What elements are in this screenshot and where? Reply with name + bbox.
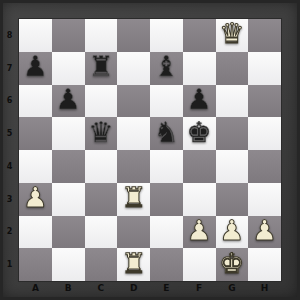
- square-c3[interactable]: [85, 183, 118, 216]
- square-a4[interactable]: [19, 150, 52, 183]
- piece-white-pawn-f2[interactable]: ♟: [187, 217, 212, 245]
- piece-white-rook-d3[interactable]: ♜: [121, 184, 146, 212]
- rank-label-5: 5: [0, 117, 19, 150]
- rank-labels: 87654321: [0, 19, 19, 281]
- square-f4[interactable]: [183, 150, 216, 183]
- rank-label-8: 8: [0, 19, 19, 52]
- square-h3[interactable]: [248, 183, 281, 216]
- file-labels: ABCDEFGH: [19, 281, 281, 300]
- file-label-a: A: [19, 281, 52, 300]
- board-frame: 87654321 ABCDEFGH ♛♟♜♝♟♟♛♞♚♟♜♟♟♟♜♚: [0, 0, 300, 300]
- rank-label-2: 2: [0, 216, 19, 249]
- piece-white-pawn-g2[interactable]: ♟: [219, 217, 244, 245]
- square-e5[interactable]: ♞: [150, 117, 183, 150]
- square-e4[interactable]: [150, 150, 183, 183]
- square-c4[interactable]: [85, 150, 118, 183]
- rank-label-1: 1: [0, 248, 19, 281]
- square-e6[interactable]: [150, 85, 183, 118]
- square-b6[interactable]: ♟: [52, 85, 85, 118]
- square-a6[interactable]: [19, 85, 52, 118]
- square-d3[interactable]: ♜: [117, 183, 150, 216]
- square-f7[interactable]: [183, 52, 216, 85]
- square-f8[interactable]: [183, 19, 216, 52]
- file-label-h: H: [248, 281, 281, 300]
- piece-black-pawn-b6[interactable]: ♟: [56, 86, 81, 114]
- file-label-f: F: [183, 281, 216, 300]
- piece-black-pawn-f6[interactable]: ♟: [187, 86, 212, 114]
- square-a2[interactable]: [19, 216, 52, 249]
- square-g3[interactable]: [216, 183, 249, 216]
- square-f1[interactable]: [183, 248, 216, 281]
- rank-label-6: 6: [0, 85, 19, 118]
- square-d7[interactable]: [117, 52, 150, 85]
- file-label-e: E: [150, 281, 183, 300]
- square-e7[interactable]: ♝: [150, 52, 183, 85]
- square-h1[interactable]: [248, 248, 281, 281]
- square-h2[interactable]: ♟: [248, 216, 281, 249]
- square-e3[interactable]: [150, 183, 183, 216]
- square-d6[interactable]: [117, 85, 150, 118]
- square-d1[interactable]: ♜: [117, 248, 150, 281]
- piece-black-queen-c5[interactable]: ♛: [88, 119, 113, 147]
- file-label-c: C: [85, 281, 118, 300]
- square-d5[interactable]: [117, 117, 150, 150]
- square-g2[interactable]: ♟: [216, 216, 249, 249]
- square-g5[interactable]: [216, 117, 249, 150]
- piece-black-bishop-e7[interactable]: ♝: [154, 53, 179, 81]
- file-label-d: D: [117, 281, 150, 300]
- square-a8[interactable]: [19, 19, 52, 52]
- square-b1[interactable]: [52, 248, 85, 281]
- square-h6[interactable]: [248, 85, 281, 118]
- rank-label-7: 7: [0, 52, 19, 85]
- square-e1[interactable]: [150, 248, 183, 281]
- square-b8[interactable]: [52, 19, 85, 52]
- square-e8[interactable]: [150, 19, 183, 52]
- square-g6[interactable]: [216, 85, 249, 118]
- square-b7[interactable]: [52, 52, 85, 85]
- square-b3[interactable]: [52, 183, 85, 216]
- piece-white-king-g1[interactable]: ♚: [219, 250, 244, 278]
- square-c6[interactable]: [85, 85, 118, 118]
- piece-white-queen-g8[interactable]: ♛: [219, 20, 244, 48]
- piece-white-pawn-h2[interactable]: ♟: [252, 217, 277, 245]
- square-g8[interactable]: ♛: [216, 19, 249, 52]
- square-b5[interactable]: [52, 117, 85, 150]
- square-c7[interactable]: ♜: [85, 52, 118, 85]
- rank-label-3: 3: [0, 183, 19, 216]
- piece-black-rook-c7[interactable]: ♜: [88, 53, 113, 81]
- square-b4[interactable]: [52, 150, 85, 183]
- piece-white-rook-d1[interactable]: ♜: [121, 250, 146, 278]
- square-d8[interactable]: [117, 19, 150, 52]
- square-f6[interactable]: ♟: [183, 85, 216, 118]
- square-d2[interactable]: [117, 216, 150, 249]
- file-label-g: G: [216, 281, 249, 300]
- square-g1[interactable]: ♚: [216, 248, 249, 281]
- square-c8[interactable]: [85, 19, 118, 52]
- square-f3[interactable]: [183, 183, 216, 216]
- square-d4[interactable]: [117, 150, 150, 183]
- square-c5[interactable]: ♛: [85, 117, 118, 150]
- rank-label-4: 4: [0, 150, 19, 183]
- square-a7[interactable]: ♟: [19, 52, 52, 85]
- piece-black-king-f5[interactable]: ♚: [187, 119, 212, 147]
- square-f2[interactable]: ♟: [183, 216, 216, 249]
- square-g4[interactable]: [216, 150, 249, 183]
- square-a3[interactable]: ♟: [19, 183, 52, 216]
- piece-black-pawn-a7[interactable]: ♟: [23, 53, 48, 81]
- chess-board: ♛♟♜♝♟♟♛♞♚♟♜♟♟♟♜♚: [19, 19, 281, 281]
- square-a5[interactable]: [19, 117, 52, 150]
- piece-white-pawn-a3[interactable]: ♟: [23, 184, 48, 212]
- square-b2[interactable]: [52, 216, 85, 249]
- square-h5[interactable]: [248, 117, 281, 150]
- square-h4[interactable]: [248, 150, 281, 183]
- square-h7[interactable]: [248, 52, 281, 85]
- square-f5[interactable]: ♚: [183, 117, 216, 150]
- piece-black-knight-e5[interactable]: ♞: [154, 119, 179, 147]
- file-label-b: B: [52, 281, 85, 300]
- square-e2[interactable]: [150, 216, 183, 249]
- square-a1[interactable]: [19, 248, 52, 281]
- square-c2[interactable]: [85, 216, 118, 249]
- square-g7[interactable]: [216, 52, 249, 85]
- square-c1[interactable]: [85, 248, 118, 281]
- square-h8[interactable]: [248, 19, 281, 52]
